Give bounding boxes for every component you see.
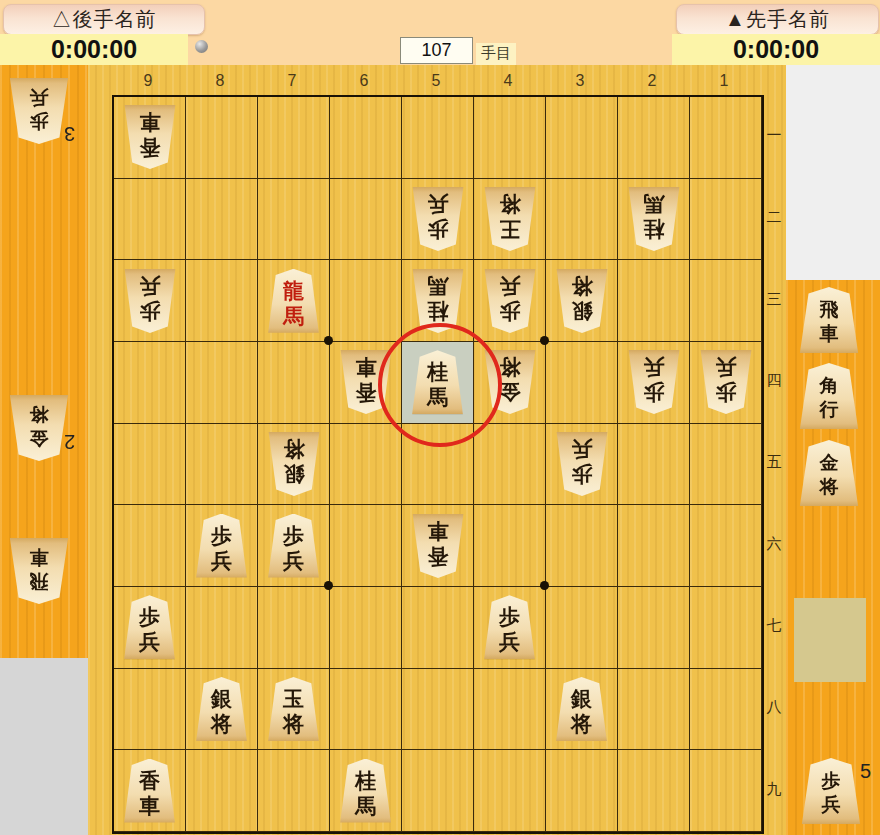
piece-kanji: 飛 <box>798 297 860 321</box>
rank-label: 六 <box>762 503 786 585</box>
square-6-2[interactable] <box>330 179 402 261</box>
piece-pawn-gote[interactable]: 歩兵 <box>483 269 537 333</box>
square-7-7[interactable] <box>258 587 330 669</box>
piece-kanji: 兵 <box>411 192 465 217</box>
square-7-9[interactable] <box>258 750 330 832</box>
rank-label: 五 <box>762 422 786 504</box>
square-9-5[interactable] <box>114 424 186 506</box>
file-label: 7 <box>256 72 328 94</box>
sente-name-plate: ▲先手名前 <box>676 4 879 35</box>
square-6-4[interactable]: 香車 <box>330 342 402 424</box>
piece-kanji: 馬 <box>411 274 465 299</box>
square-9-8[interactable] <box>114 669 186 751</box>
square-4-2[interactable]: 王将 <box>474 179 546 261</box>
piece-promoted-bishop-sente[interactable]: 龍馬 <box>267 269 321 333</box>
piece-kanji: 将 <box>483 355 537 380</box>
piece-kanji: 馬 <box>411 384 465 409</box>
sente-hand-tray: 飛車角行金将歩兵5 <box>786 280 880 835</box>
piece-kanji: 桂 <box>339 768 393 793</box>
sente-hand-slot-gold[interactable]: 金将 <box>798 440 864 508</box>
square-2-3[interactable] <box>618 260 690 342</box>
square-4-8[interactable] <box>474 669 546 751</box>
sente-hand-slot-rook[interactable]: 飛車 <box>798 287 864 355</box>
square-8-4[interactable] <box>186 342 258 424</box>
piece-kanji: 歩 <box>800 768 862 792</box>
square-2-7[interactable] <box>618 587 690 669</box>
piece-kanji: 将 <box>267 437 321 462</box>
gote-hand-slot-pawn[interactable]: 歩兵3 <box>8 78 74 146</box>
piece-kanji: 兵 <box>699 355 753 380</box>
square-1-7[interactable] <box>690 587 762 669</box>
piece-rook-gote[interactable]: 飛車 <box>8 538 70 604</box>
piece-pawn-sente[interactable]: 歩兵 <box>123 595 177 659</box>
square-7-1[interactable] <box>258 97 330 179</box>
piece-gold-sente[interactable]: 金将 <box>798 440 860 506</box>
piece-kanji: 将 <box>195 711 249 736</box>
square-2-1[interactable] <box>618 97 690 179</box>
piece-kanji: 歩 <box>195 523 249 548</box>
piece-kanji: 玉 <box>267 686 321 711</box>
square-9-4[interactable] <box>114 342 186 424</box>
piece-kanji: 行 <box>798 397 860 421</box>
hand-count: 2 <box>64 430 75 453</box>
file-label: 6 <box>328 72 400 94</box>
piece-kanji: 桂 <box>627 217 681 242</box>
rank-labels: 一二三四五六七八九 <box>762 95 786 830</box>
piece-kanji: 将 <box>267 711 321 736</box>
piece-pawn-sente[interactable]: 歩兵 <box>800 758 862 824</box>
piece-king-sente[interactable]: 玉将 <box>267 677 321 741</box>
piece-pawn-gote[interactable]: 歩兵 <box>123 269 177 333</box>
square-5-3[interactable]: 桂馬 <box>402 260 474 342</box>
piece-pawn-sente[interactable]: 歩兵 <box>267 514 321 578</box>
square-6-1[interactable] <box>330 97 402 179</box>
square-4-9[interactable] <box>474 750 546 832</box>
shogi-app: △後手名前 0:00:00 107 手目 ▲先手名前 0:00:00 歩兵3金将… <box>0 0 880 835</box>
turn-indicator-icon <box>195 40 208 53</box>
square-3-4[interactable] <box>546 342 618 424</box>
square-8-1[interactable] <box>186 97 258 179</box>
top-bar: △後手名前 0:00:00 107 手目 ▲先手名前 0:00:00 <box>0 0 880 65</box>
square-8-9[interactable] <box>186 750 258 832</box>
sente-hand-slot-pawn[interactable]: 歩兵5 <box>800 758 866 826</box>
rank-label: 八 <box>762 667 786 749</box>
square-5-8[interactable] <box>402 669 474 751</box>
rank-label: 一 <box>762 95 786 177</box>
square-3-1[interactable] <box>546 97 618 179</box>
piece-kanji: 車 <box>123 110 177 135</box>
piece-kanji: 兵 <box>123 629 177 654</box>
gote-hand-slot-gold[interactable]: 金将2 <box>8 395 74 463</box>
file-label: 5 <box>400 72 472 94</box>
piece-silver-gote[interactable]: 銀将 <box>555 269 609 333</box>
square-4-6[interactable] <box>474 505 546 587</box>
piece-kanji: 桂 <box>411 359 465 384</box>
piece-kanji: 歩 <box>699 380 753 405</box>
file-label: 9 <box>112 72 184 94</box>
piece-kanji: 歩 <box>483 604 537 629</box>
square-9-7[interactable]: 歩兵 <box>114 587 186 669</box>
piece-kanji: 歩 <box>483 299 537 324</box>
square-6-3[interactable] <box>330 260 402 342</box>
square-3-7[interactable] <box>546 587 618 669</box>
piece-kanji: 角 <box>798 373 860 397</box>
piece-kanji: 兵 <box>483 629 537 654</box>
sente-clock: 0:00:00 <box>672 34 880 65</box>
piece-kanji: 将 <box>8 403 70 427</box>
left-blank-area <box>0 658 88 835</box>
square-2-4[interactable]: 歩兵 <box>618 342 690 424</box>
sente-hand-slot-bishop[interactable]: 角行 <box>798 363 864 431</box>
piece-kanji: 車 <box>339 355 393 380</box>
square-3-8[interactable]: 銀将 <box>546 669 618 751</box>
piece-kanji: 車 <box>8 546 70 570</box>
square-5-5[interactable] <box>402 424 474 506</box>
square-7-6[interactable]: 歩兵 <box>258 505 330 587</box>
square-6-8[interactable] <box>330 669 402 751</box>
square-1-1[interactable] <box>690 97 762 179</box>
piece-lance-gote[interactable]: 香車 <box>411 514 465 578</box>
piece-kanji: 車 <box>411 519 465 544</box>
square-4-1[interactable] <box>474 97 546 179</box>
piece-kanji: 兵 <box>483 274 537 299</box>
piece-lance-sente[interactable]: 香車 <box>123 759 177 823</box>
square-1-8[interactable] <box>690 669 762 751</box>
square-1-4[interactable]: 歩兵 <box>690 342 762 424</box>
piece-kanji: 王 <box>483 217 537 242</box>
square-5-7[interactable] <box>402 587 474 669</box>
piece-kanji: 将 <box>483 192 537 217</box>
piece-kanji: 銀 <box>555 686 609 711</box>
piece-kanji: 歩 <box>123 604 177 629</box>
piece-kanji: 銀 <box>195 686 249 711</box>
piece-kanji: 金 <box>483 380 537 405</box>
right-blank-area <box>786 65 880 280</box>
square-1-2[interactable] <box>690 179 762 261</box>
piece-kanji: 歩 <box>555 462 609 487</box>
square-3-2[interactable] <box>546 179 618 261</box>
square-4-3[interactable]: 歩兵 <box>474 260 546 342</box>
square-8-2[interactable] <box>186 179 258 261</box>
gote-hand-tray: 歩兵3金将2飛車 <box>0 65 88 658</box>
square-6-9[interactable]: 桂馬 <box>330 750 402 832</box>
hand-origin-highlight <box>794 598 866 682</box>
square-3-9[interactable] <box>546 750 618 832</box>
square-1-6[interactable] <box>690 505 762 587</box>
piece-knight-sente[interactable]: 桂馬 <box>411 350 465 414</box>
piece-kanji: 歩 <box>627 380 681 405</box>
square-8-5[interactable] <box>186 424 258 506</box>
piece-kanji: 将 <box>798 474 860 498</box>
square-9-9[interactable]: 香車 <box>114 750 186 832</box>
square-9-1[interactable]: 香車 <box>114 97 186 179</box>
square-8-7[interactable] <box>186 587 258 669</box>
square-7-8[interactable]: 玉将 <box>258 669 330 751</box>
square-1-5[interactable] <box>690 424 762 506</box>
piece-gold-gote[interactable]: 金将 <box>483 350 537 414</box>
piece-gold-gote[interactable]: 金将 <box>8 395 70 461</box>
piece-kanji: 兵 <box>267 548 321 573</box>
piece-silver-sente[interactable]: 銀将 <box>555 677 609 741</box>
piece-pawn-gote[interactable]: 歩兵 <box>699 350 753 414</box>
file-label: 1 <box>688 72 760 94</box>
square-2-6[interactable] <box>618 505 690 587</box>
piece-kanji: 車 <box>123 793 177 818</box>
square-2-8[interactable] <box>618 669 690 751</box>
square-4-4[interactable]: 金将 <box>474 342 546 424</box>
piece-kanji: 馬 <box>339 793 393 818</box>
rank-label: 二 <box>762 177 786 259</box>
square-2-9[interactable] <box>618 750 690 832</box>
piece-king-gote[interactable]: 王将 <box>483 187 537 251</box>
piece-kanji: 桂 <box>411 299 465 324</box>
rank-label: 三 <box>762 258 786 340</box>
piece-kanji: 将 <box>555 274 609 299</box>
file-label: 4 <box>472 72 544 94</box>
square-9-3[interactable]: 歩兵 <box>114 260 186 342</box>
square-5-6[interactable]: 香車 <box>402 505 474 587</box>
piece-kanji: 龍 <box>267 278 321 303</box>
square-8-8[interactable]: 銀将 <box>186 669 258 751</box>
piece-kanji: 銀 <box>267 462 321 487</box>
hand-count: 3 <box>64 122 75 145</box>
square-7-4[interactable] <box>258 342 330 424</box>
piece-kanji: 兵 <box>800 792 862 816</box>
move-counter-input[interactable]: 107 <box>400 37 473 64</box>
square-3-6[interactable] <box>546 505 618 587</box>
piece-kanji: 香 <box>339 380 393 405</box>
piece-kanji: 香 <box>123 768 177 793</box>
square-3-3[interactable]: 銀将 <box>546 260 618 342</box>
square-6-5[interactable] <box>330 424 402 506</box>
square-1-9[interactable] <box>690 750 762 832</box>
piece-pawn-gote[interactable]: 歩兵 <box>8 78 70 144</box>
piece-kanji: 飛 <box>8 570 70 594</box>
square-4-5[interactable] <box>474 424 546 506</box>
star-point <box>540 581 549 590</box>
square-5-1[interactable] <box>402 97 474 179</box>
piece-kanji: 兵 <box>555 437 609 462</box>
piece-rook-sente[interactable]: 飛車 <box>798 287 860 353</box>
piece-lance-gote[interactable]: 香車 <box>339 350 393 414</box>
piece-knight-gote[interactable]: 桂馬 <box>411 269 465 333</box>
square-2-5[interactable] <box>618 424 690 506</box>
rank-label: 七 <box>762 585 786 667</box>
star-point <box>324 336 333 345</box>
piece-bishop-sente[interactable]: 角行 <box>798 363 860 429</box>
gote-hand-slot-rook[interactable]: 飛車 <box>8 538 74 606</box>
square-8-3[interactable] <box>186 260 258 342</box>
square-2-2[interactable]: 桂馬 <box>618 179 690 261</box>
rank-label: 四 <box>762 340 786 422</box>
piece-pawn-gote[interactable]: 歩兵 <box>411 187 465 251</box>
square-8-6[interactable]: 歩兵 <box>186 505 258 587</box>
piece-kanji: 香 <box>123 135 177 160</box>
piece-pawn-gote[interactable]: 歩兵 <box>627 350 681 414</box>
piece-knight-gote[interactable]: 桂馬 <box>627 187 681 251</box>
shogi-board: 987654321 一二三四五六七八九 香車歩兵王将桂馬歩兵龍馬桂馬歩兵銀将香車… <box>88 65 786 835</box>
square-7-5[interactable]: 銀将 <box>258 424 330 506</box>
piece-kanji: 兵 <box>123 274 177 299</box>
square-7-2[interactable] <box>258 179 330 261</box>
square-5-9[interactable] <box>402 750 474 832</box>
piece-kanji: 将 <box>555 711 609 736</box>
piece-lance-gote[interactable]: 香車 <box>123 105 177 169</box>
piece-kanji: 歩 <box>411 217 465 242</box>
piece-kanji: 兵 <box>195 548 249 573</box>
hand-count: 5 <box>860 760 871 783</box>
square-5-4[interactable]: 桂馬 <box>402 342 474 424</box>
piece-pawn-gote[interactable]: 歩兵 <box>555 432 609 496</box>
file-label: 8 <box>184 72 256 94</box>
piece-kanji: 車 <box>798 321 860 345</box>
square-5-2[interactable]: 歩兵 <box>402 179 474 261</box>
star-point <box>540 336 549 345</box>
file-label: 2 <box>616 72 688 94</box>
gote-name-plate: △後手名前 <box>3 4 205 35</box>
piece-kanji: 歩 <box>8 110 70 134</box>
rank-label: 九 <box>762 749 786 831</box>
file-labels: 987654321 <box>112 72 760 94</box>
piece-kanji: 兵 <box>627 355 681 380</box>
piece-pawn-sente[interactable]: 歩兵 <box>483 595 537 659</box>
piece-kanji: 兵 <box>8 86 70 110</box>
square-7-3[interactable]: 龍馬 <box>258 260 330 342</box>
square-3-5[interactable]: 歩兵 <box>546 424 618 506</box>
piece-kanji: 歩 <box>123 299 177 324</box>
star-point <box>324 581 333 590</box>
move-counter-label: 手目 <box>476 43 516 65</box>
square-6-6[interactable] <box>330 505 402 587</box>
piece-kanji: 馬 <box>267 303 321 328</box>
square-9-6[interactable] <box>114 505 186 587</box>
piece-pawn-sente[interactable]: 歩兵 <box>195 514 249 578</box>
piece-kanji: 歩 <box>267 523 321 548</box>
board-grid: 香車歩兵王将桂馬歩兵龍馬桂馬歩兵銀将香車桂馬金将歩兵歩兵銀将歩兵歩兵歩兵香車歩兵… <box>112 95 764 834</box>
square-6-7[interactable] <box>330 587 402 669</box>
piece-knight-sente[interactable]: 桂馬 <box>339 759 393 823</box>
square-9-2[interactable] <box>114 179 186 261</box>
square-1-3[interactable] <box>690 260 762 342</box>
file-label: 3 <box>544 72 616 94</box>
piece-kanji: 香 <box>411 544 465 569</box>
piece-kanji: 金 <box>798 450 860 474</box>
gote-clock: 0:00:00 <box>0 34 188 65</box>
piece-silver-sente[interactable]: 銀将 <box>195 677 249 741</box>
piece-kanji: 銀 <box>555 299 609 324</box>
piece-kanji: 金 <box>8 427 70 451</box>
piece-silver-gote[interactable]: 銀将 <box>267 432 321 496</box>
square-4-7[interactable]: 歩兵 <box>474 587 546 669</box>
piece-kanji: 馬 <box>627 192 681 217</box>
